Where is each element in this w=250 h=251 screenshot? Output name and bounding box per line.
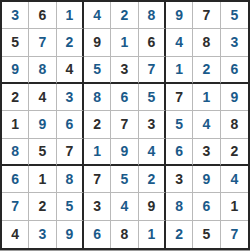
cell-r9c8[interactable]: 5: [193, 221, 220, 248]
cell-r1c1[interactable]: 3: [2, 2, 29, 29]
cell-r6c4[interactable]: 1: [84, 139, 111, 166]
cell-r6c3[interactable]: 7: [57, 139, 84, 166]
cell-r5c3[interactable]: 6: [57, 111, 84, 138]
cell-r5c9[interactable]: 8: [221, 111, 248, 138]
cell-r4c9[interactable]: 9: [221, 84, 248, 111]
cell-r1c4[interactable]: 4: [84, 2, 111, 29]
cell-r8c4[interactable]: 3: [84, 193, 111, 220]
sudoku-board: 3614289755729164839845371262438657191962…: [0, 0, 250, 250]
cell-r4c8[interactable]: 1: [193, 84, 220, 111]
cell-r3c4[interactable]: 5: [84, 57, 111, 84]
cell-r1c7[interactable]: 9: [166, 2, 193, 29]
cell-r7c3[interactable]: 8: [57, 166, 84, 193]
cell-r3c5[interactable]: 3: [111, 57, 138, 84]
cell-r7c1[interactable]: 6: [2, 166, 29, 193]
cell-r7c4[interactable]: 7: [84, 166, 111, 193]
cell-r9c5[interactable]: 8: [111, 221, 138, 248]
cell-r9c3[interactable]: 9: [57, 221, 84, 248]
cell-r7c8[interactable]: 9: [193, 166, 220, 193]
cell-r8c8[interactable]: 6: [193, 193, 220, 220]
cell-r1c5[interactable]: 2: [111, 2, 138, 29]
cell-r5c1[interactable]: 1: [2, 111, 29, 138]
sudoku-page: 3614289755729164839845371262438657191962…: [0, 0, 250, 251]
cell-r1c3[interactable]: 1: [57, 2, 84, 29]
cell-r9c7[interactable]: 2: [166, 221, 193, 248]
cell-r3c8[interactable]: 2: [193, 57, 220, 84]
cell-r9c6[interactable]: 1: [139, 221, 166, 248]
cell-r8c1[interactable]: 7: [2, 193, 29, 220]
cell-r1c6[interactable]: 8: [139, 2, 166, 29]
cell-r8c2[interactable]: 2: [29, 193, 56, 220]
cell-r6c7[interactable]: 6: [166, 139, 193, 166]
cell-r6c8[interactable]: 3: [193, 139, 220, 166]
cell-r4c2[interactable]: 4: [29, 84, 56, 111]
cell-r5c4[interactable]: 2: [84, 111, 111, 138]
cell-r4c5[interactable]: 6: [111, 84, 138, 111]
cell-r2c2[interactable]: 7: [29, 29, 56, 56]
cell-r8c7[interactable]: 8: [166, 193, 193, 220]
cell-r1c8[interactable]: 7: [193, 2, 220, 29]
cell-r9c1[interactable]: 4: [2, 221, 29, 248]
cell-r1c2[interactable]: 6: [29, 2, 56, 29]
cell-r3c2[interactable]: 8: [29, 57, 56, 84]
cell-r7c7[interactable]: 3: [166, 166, 193, 193]
cell-r7c2[interactable]: 1: [29, 166, 56, 193]
cell-r8c6[interactable]: 9: [139, 193, 166, 220]
cell-r8c5[interactable]: 4: [111, 193, 138, 220]
cell-r3c3[interactable]: 4: [57, 57, 84, 84]
cell-r5c7[interactable]: 5: [166, 111, 193, 138]
cell-r2c5[interactable]: 1: [111, 29, 138, 56]
cell-r6c1[interactable]: 8: [2, 139, 29, 166]
cell-r2c1[interactable]: 5: [2, 29, 29, 56]
cell-r5c6[interactable]: 3: [139, 111, 166, 138]
cell-r5c5[interactable]: 7: [111, 111, 138, 138]
cell-r3c9[interactable]: 6: [221, 57, 248, 84]
cell-r4c3[interactable]: 3: [57, 84, 84, 111]
cell-r7c9[interactable]: 4: [221, 166, 248, 193]
cell-r6c6[interactable]: 4: [139, 139, 166, 166]
cell-r6c5[interactable]: 9: [111, 139, 138, 166]
cell-r3c6[interactable]: 7: [139, 57, 166, 84]
cell-r3c1[interactable]: 9: [2, 57, 29, 84]
cell-r5c2[interactable]: 9: [29, 111, 56, 138]
cell-r3c7[interactable]: 1: [166, 57, 193, 84]
cell-r9c4[interactable]: 6: [84, 221, 111, 248]
cell-r5c8[interactable]: 4: [193, 111, 220, 138]
cell-r6c9[interactable]: 2: [221, 139, 248, 166]
cell-r8c9[interactable]: 1: [221, 193, 248, 220]
cell-r2c3[interactable]: 2: [57, 29, 84, 56]
cell-r7c5[interactable]: 5: [111, 166, 138, 193]
cell-r2c9[interactable]: 3: [221, 29, 248, 56]
cell-r9c2[interactable]: 3: [29, 221, 56, 248]
cell-r4c6[interactable]: 5: [139, 84, 166, 111]
cell-r2c7[interactable]: 4: [166, 29, 193, 56]
cell-r8c3[interactable]: 5: [57, 193, 84, 220]
cell-r2c6[interactable]: 6: [139, 29, 166, 56]
cell-r4c4[interactable]: 8: [84, 84, 111, 111]
cell-r4c1[interactable]: 2: [2, 84, 29, 111]
cell-r6c2[interactable]: 5: [29, 139, 56, 166]
cell-r2c4[interactable]: 9: [84, 29, 111, 56]
cell-r4c7[interactable]: 7: [166, 84, 193, 111]
cell-r9c9[interactable]: 7: [221, 221, 248, 248]
cell-r7c6[interactable]: 2: [139, 166, 166, 193]
cell-r1c9[interactable]: 5: [221, 2, 248, 29]
cell-r2c8[interactable]: 8: [193, 29, 220, 56]
